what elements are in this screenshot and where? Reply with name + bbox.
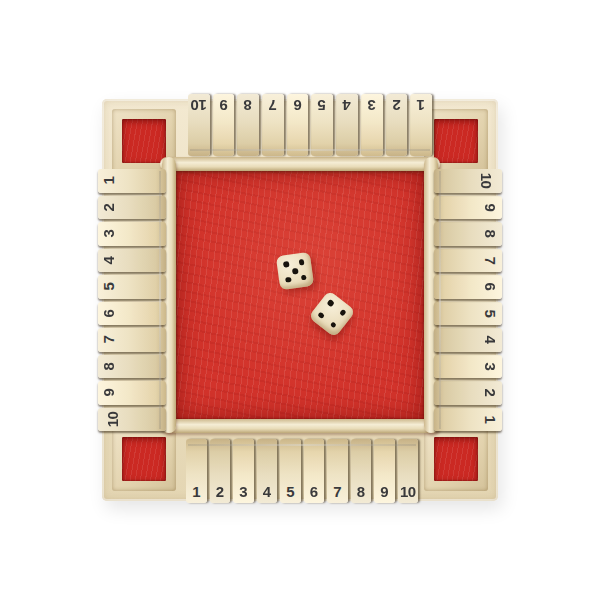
- tile-number: 3: [484, 362, 499, 370]
- tile-number: 10: [480, 173, 495, 189]
- tile-number: 1: [484, 415, 499, 423]
- tile-number: 6: [310, 484, 318, 499]
- tile-number: 5: [286, 484, 294, 499]
- corner-pocket-bottom-left: [112, 427, 176, 491]
- tile-number: 8: [484, 230, 499, 238]
- tile-right-6[interactable]: 6: [434, 275, 502, 299]
- corner-pocket-felt: [434, 119, 478, 163]
- tile-number: 9: [220, 98, 228, 113]
- tile-bottom-3[interactable]: 3: [233, 439, 254, 503]
- tile-bottom-5[interactable]: 5: [280, 439, 301, 503]
- tile-number: 2: [484, 389, 499, 397]
- tile-number: 9: [380, 484, 388, 499]
- tile-left-2[interactable]: 2: [98, 196, 166, 220]
- tile-number: 10: [105, 411, 120, 427]
- die-pip: [329, 321, 337, 329]
- tile-number: 9: [101, 389, 116, 397]
- tile-top-8[interactable]: 8: [237, 94, 259, 156]
- tile-number: 2: [101, 203, 116, 211]
- tile-rack-top: 12345678910: [188, 94, 432, 156]
- tile-number: 5: [318, 98, 326, 113]
- die-pip: [317, 311, 325, 319]
- tile-number: 6: [484, 283, 499, 291]
- tile-number: 6: [294, 98, 302, 113]
- tile-bottom-10[interactable]: 10: [398, 439, 419, 503]
- die-pip: [301, 275, 307, 281]
- tile-left-10[interactable]: 10: [98, 408, 166, 432]
- tile-number: 3: [239, 484, 247, 499]
- tile-number: 7: [484, 256, 499, 264]
- corner-pocket-bottom-right: [424, 427, 488, 491]
- tile-number: 7: [269, 98, 277, 113]
- tile-right-2[interactable]: 2: [434, 381, 502, 405]
- die-pip: [283, 261, 289, 267]
- tile-top-3[interactable]: 3: [361, 94, 383, 156]
- tile-top-4[interactable]: 4: [336, 94, 358, 156]
- tile-bottom-1[interactable]: 1: [186, 439, 207, 503]
- tile-left-6[interactable]: 6: [98, 302, 166, 326]
- tile-number: 2: [393, 98, 401, 113]
- tile-bottom-9[interactable]: 9: [374, 439, 395, 503]
- tile-number: 1: [101, 177, 116, 185]
- tile-left-3[interactable]: 3: [98, 222, 166, 246]
- tile-bottom-4[interactable]: 4: [257, 439, 278, 503]
- tile-number: 9: [484, 203, 499, 211]
- tile-top-9[interactable]: 9: [213, 94, 235, 156]
- tile-top-10[interactable]: 10: [188, 94, 210, 156]
- tile-number: 3: [101, 230, 116, 238]
- tile-number: 4: [484, 336, 499, 344]
- tile-number: 1: [417, 98, 425, 113]
- tile-rack-bottom: 12345678910: [186, 439, 418, 503]
- tile-number: 4: [343, 98, 351, 113]
- tile-number: 7: [333, 484, 341, 499]
- tile-right-3[interactable]: 3: [434, 355, 502, 379]
- tile-left-8[interactable]: 8: [98, 355, 166, 379]
- felt-play-area: [176, 171, 424, 419]
- tile-number: 2: [216, 484, 224, 499]
- tile-number: 1: [192, 484, 200, 499]
- tile-left-9[interactable]: 9: [98, 381, 166, 405]
- tile-right-7[interactable]: 7: [434, 249, 502, 273]
- tile-bottom-7[interactable]: 7: [327, 439, 348, 503]
- shut-the-box-board: 12345678910 12345678910 12345678910 1234…: [102, 99, 498, 501]
- tile-number: 8: [244, 98, 252, 113]
- tile-rack-right: 12345678910: [434, 169, 502, 431]
- tile-right-8[interactable]: 8: [434, 222, 502, 246]
- tile-number: 8: [101, 362, 116, 370]
- die-pip: [339, 309, 347, 317]
- tile-top-6[interactable]: 6: [287, 94, 309, 156]
- tile-number: 10: [400, 484, 416, 499]
- die-pip: [327, 299, 335, 307]
- tile-number: 5: [101, 283, 116, 291]
- tile-right-4[interactable]: 4: [434, 328, 502, 352]
- tile-number: 10: [191, 98, 207, 113]
- tile-right-10[interactable]: 10: [434, 169, 502, 193]
- rail-bottom: [160, 419, 440, 433]
- tile-left-7[interactable]: 7: [98, 328, 166, 352]
- die-pip: [292, 268, 298, 274]
- tile-number: 6: [101, 309, 116, 317]
- tile-left-4[interactable]: 4: [98, 249, 166, 273]
- tile-number: 4: [101, 256, 116, 264]
- tile-top-2[interactable]: 2: [386, 94, 408, 156]
- die-pip: [285, 277, 291, 283]
- tile-number: 4: [263, 484, 271, 499]
- tile-top-5[interactable]: 5: [311, 94, 333, 156]
- tile-number: 5: [484, 309, 499, 317]
- tile-number: 8: [357, 484, 365, 499]
- tile-left-1[interactable]: 1: [98, 169, 166, 193]
- tile-bottom-6[interactable]: 6: [304, 439, 325, 503]
- die-1[interactable]: [276, 252, 314, 290]
- corner-pocket-felt: [434, 437, 478, 481]
- die-pip: [299, 259, 305, 265]
- corner-pocket-felt: [122, 119, 166, 163]
- tile-number: 7: [101, 336, 116, 344]
- tile-top-7[interactable]: 7: [262, 94, 284, 156]
- tile-top-1[interactable]: 1: [410, 94, 432, 156]
- tile-right-9[interactable]: 9: [434, 196, 502, 220]
- rail-top: [160, 157, 440, 171]
- tile-right-1[interactable]: 1: [434, 408, 502, 432]
- tile-bottom-8[interactable]: 8: [351, 439, 372, 503]
- tile-number: 3: [368, 98, 376, 113]
- tile-bottom-2[interactable]: 2: [210, 439, 231, 503]
- tile-right-5[interactable]: 5: [434, 302, 502, 326]
- tile-left-5[interactable]: 5: [98, 275, 166, 299]
- corner-pocket-felt: [122, 437, 166, 481]
- tile-rack-left: 12345678910: [98, 169, 166, 431]
